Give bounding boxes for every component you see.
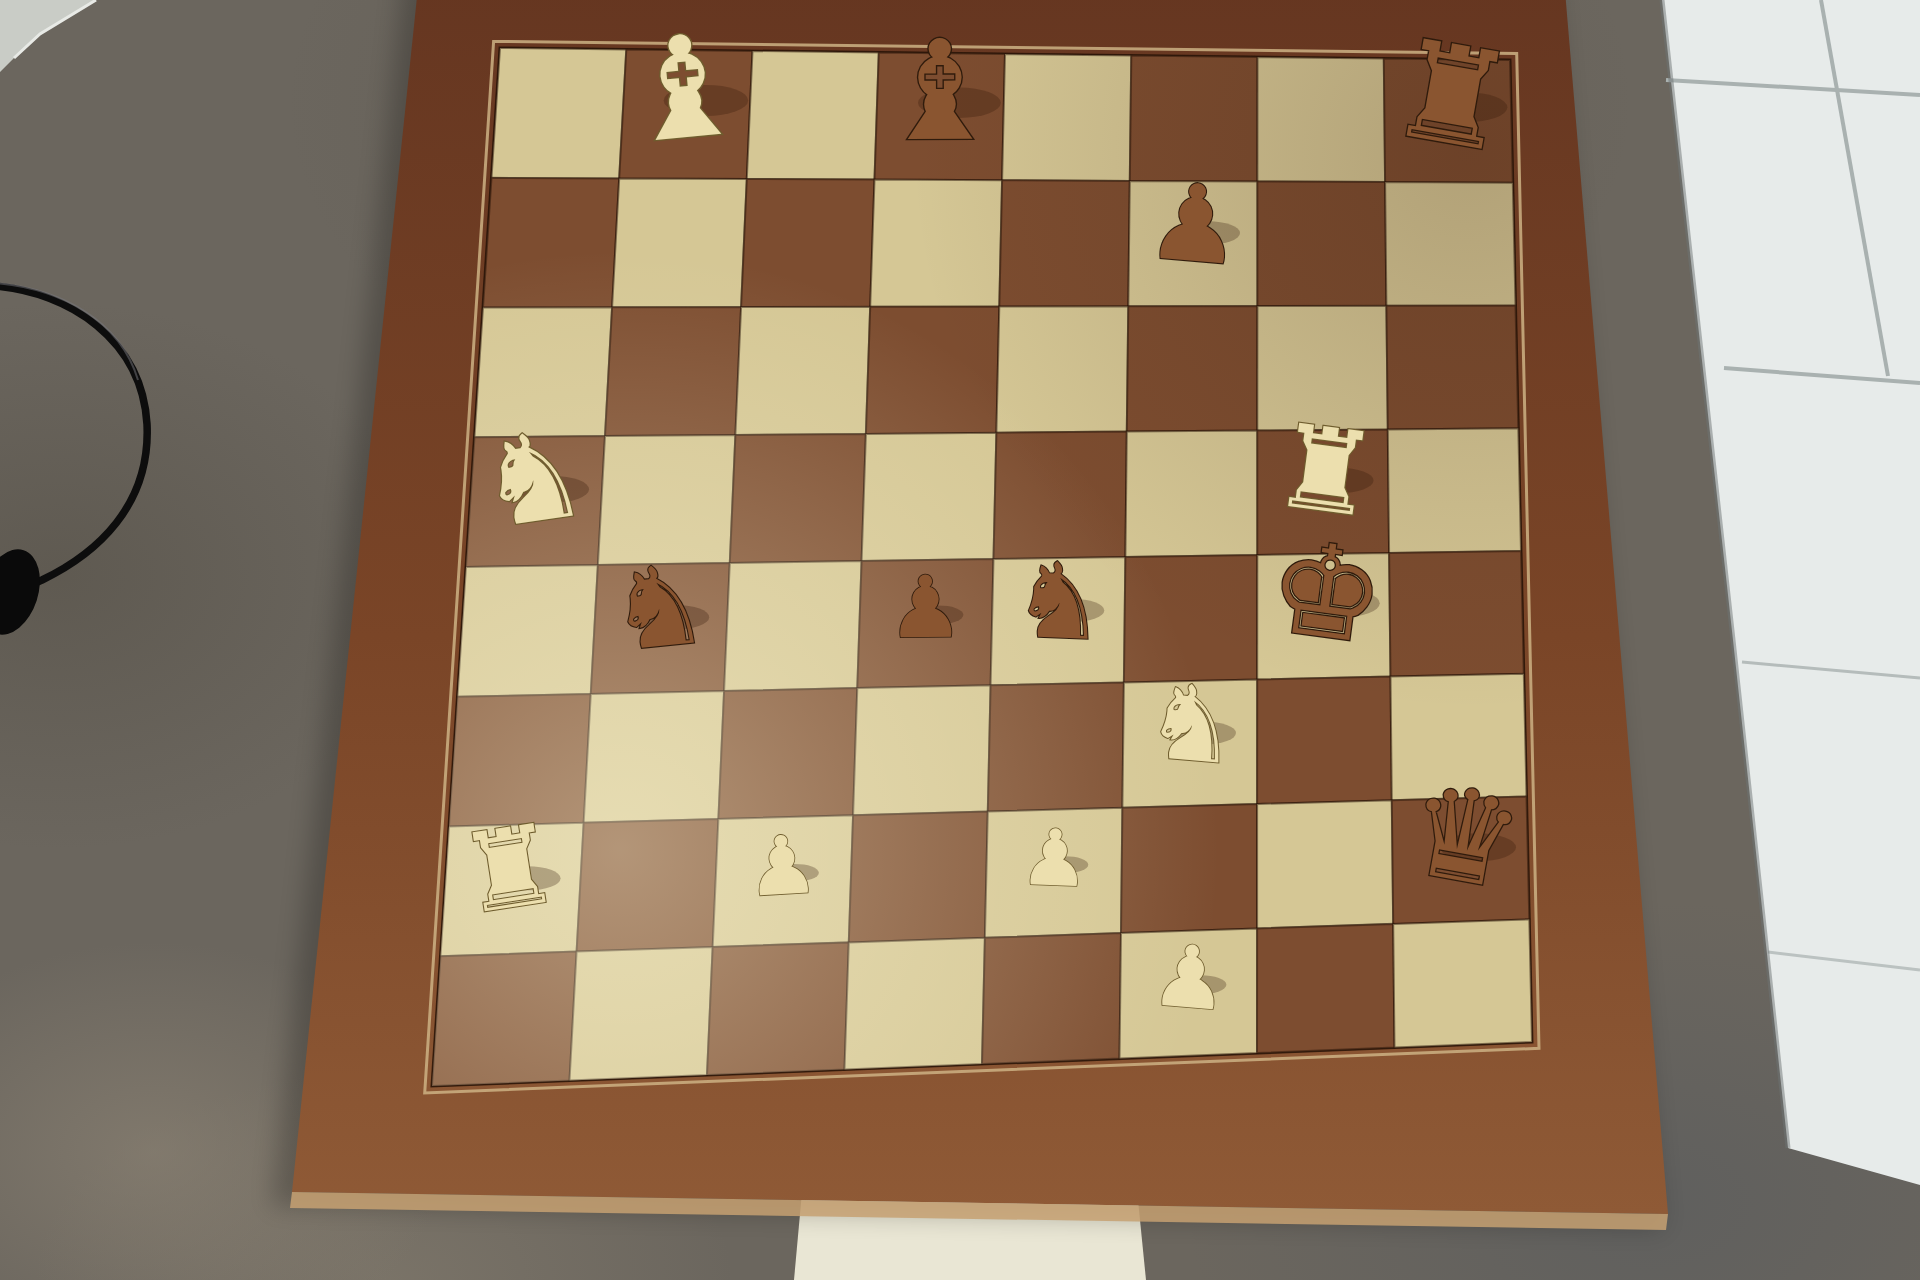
black-knight-glyph: ♞ (1010, 539, 1108, 664)
scene: ♝♝♜♟♜♞♚♞♟♞♞♛♟♟♜♟ (0, 0, 1920, 1280)
white-knight-glyph: ♞ (1140, 659, 1243, 788)
white-bishop-glyph: ♝ (613, 1, 754, 176)
white-pawn-glyph: ♟ (1018, 812, 1091, 904)
white-pawn-glyph: ♟ (1148, 924, 1233, 1030)
piece-white-pawn-f1[interactable]: ♟ (1148, 924, 1233, 1030)
black-pawn-glyph: ♟ (1142, 158, 1248, 290)
white-tile-floor (1662, 0, 1920, 1185)
chess-board: ♝♝♜♟♜♞♚♞♟♞♞♛♟♟♜♟ (290, 0, 1668, 1230)
black-pawn-glyph: ♟ (887, 558, 964, 658)
piece-black-bishop-d8[interactable]: ♝ (878, 10, 1002, 171)
piece-white-pawn-c2[interactable]: ♟ (743, 817, 821, 915)
piece-white-rook-a2[interactable]: ♜ (451, 798, 567, 939)
piece-white-knight-f3[interactable]: ♞ (1140, 659, 1243, 788)
cable-plug (0, 542, 50, 643)
piece-white-bishop-b8[interactable]: ♝ (613, 1, 754, 176)
piece-white-pawn-e2[interactable]: ♟ (1018, 812, 1091, 904)
black-king-glyph: ♚ (1260, 511, 1393, 674)
black-knight-glyph: ♞ (603, 538, 715, 676)
power-cable (0, 283, 147, 642)
corner-object (0, 0, 96, 72)
piece-black-knight-e4[interactable]: ♞ (1010, 539, 1108, 664)
overhead-chess-photo: ♝♝♜♟♜♞♚♞♟♞♞♛♟♟♜♟ (0, 0, 1920, 1280)
piece-white-knight-a5[interactable]: ♞ (469, 402, 597, 557)
white-pawn-glyph: ♟ (743, 817, 821, 915)
piece-black-pawn-d4[interactable]: ♟ (887, 558, 964, 658)
white-knight-glyph: ♞ (469, 402, 597, 557)
piece-black-king-g4[interactable]: ♚ (1260, 511, 1393, 674)
piece-black-knight-b4[interactable]: ♞ (603, 538, 715, 676)
piece-black-pawn-f7[interactable]: ♟ (1142, 158, 1248, 290)
white-rook-glyph: ♜ (451, 798, 567, 939)
black-bishop-glyph: ♝ (878, 10, 1002, 171)
